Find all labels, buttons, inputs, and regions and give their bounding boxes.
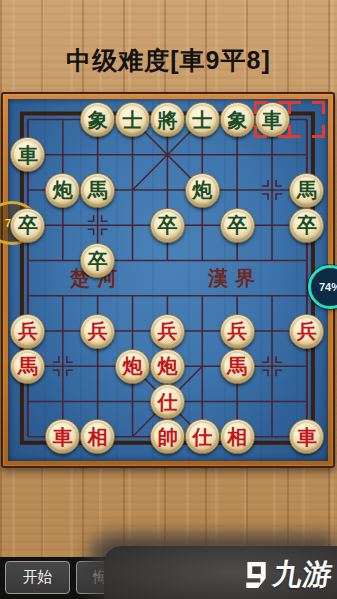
start-button[interactable]: 开始	[5, 561, 70, 594]
piece-black-chariot[interactable]: 車	[10, 137, 45, 172]
piece-black-advisor[interactable]: 士	[115, 102, 150, 137]
piece-black-soldier[interactable]: 卒	[150, 208, 185, 243]
piece-grid: 象士將士象車車炮馬炮馬卒卒卒卒卒兵兵兵兵兵馬炮炮馬仕車相帥仕相車	[11, 102, 325, 455]
9game-logo: 九游	[243, 555, 333, 595]
piece-red-advisor[interactable]: 仕	[185, 419, 220, 454]
piece-red-elephant[interactable]: 相	[80, 419, 115, 454]
piece-red-cannon[interactable]: 炮	[150, 349, 185, 384]
piece-red-horse[interactable]: 馬	[220, 349, 255, 384]
piece-red-soldier[interactable]: 兵	[220, 314, 255, 349]
piece-black-soldier[interactable]: 卒	[289, 208, 324, 243]
xiangqi-board[interactable]: 楚河 漢界 75% 象士將士象車車炮馬炮馬卒卒卒卒卒兵兵兵兵兵馬炮炮馬仕車相帥仕…	[8, 99, 328, 461]
piece-black-chariot[interactable]: 車	[255, 102, 290, 137]
piece-black-soldier[interactable]: 卒	[80, 243, 115, 278]
9game-logo-text: 九游	[270, 555, 336, 595]
piece-red-elephant[interactable]: 相	[220, 419, 255, 454]
piece-red-chariot[interactable]: 車	[45, 419, 80, 454]
piece-red-chariot[interactable]: 車	[289, 419, 324, 454]
board-frame: 楚河 漢界 75% 象士將士象車車炮馬炮馬卒卒卒卒卒兵兵兵兵兵馬炮炮馬仕車相帥仕…	[1, 92, 335, 468]
piece-red-horse[interactable]: 馬	[10, 349, 45, 384]
watermark-panel: 九游	[104, 546, 337, 599]
app-screen: 中级难度[車9平8] 楚河 漢界 75% 象士將士象車車炮馬炮馬卒卒卒卒卒兵兵兵…	[0, 0, 337, 599]
piece-red-soldier[interactable]: 兵	[10, 314, 45, 349]
9game-logo-icon	[243, 561, 269, 589]
piece-black-cannon[interactable]: 炮	[45, 173, 80, 208]
piece-black-advisor[interactable]: 士	[185, 102, 220, 137]
piece-red-cannon[interactable]: 炮	[115, 349, 150, 384]
last-move-marker	[288, 101, 325, 138]
piece-black-cannon[interactable]: 炮	[185, 173, 220, 208]
piece-black-horse[interactable]: 馬	[289, 173, 324, 208]
piece-red-soldier[interactable]: 兵	[80, 314, 115, 349]
piece-red-soldier[interactable]: 兵	[150, 314, 185, 349]
piece-black-elephant[interactable]: 象	[220, 102, 255, 137]
piece-black-soldier[interactable]: 卒	[220, 208, 255, 243]
piece-black-soldier[interactable]: 卒	[10, 208, 45, 243]
piece-red-general[interactable]: 帥	[150, 419, 185, 454]
difficulty-title: 中级难度[車9平8]	[0, 44, 337, 77]
piece-red-soldier[interactable]: 兵	[289, 314, 324, 349]
piece-red-advisor[interactable]: 仕	[150, 384, 185, 419]
piece-black-horse[interactable]: 馬	[80, 173, 115, 208]
piece-black-elephant[interactable]: 象	[80, 102, 115, 137]
piece-black-general[interactable]: 將	[150, 102, 185, 137]
